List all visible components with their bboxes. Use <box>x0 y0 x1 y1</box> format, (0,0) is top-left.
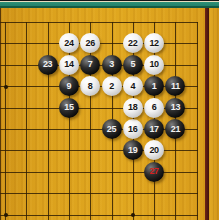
stone-number: 8 <box>88 82 93 91</box>
star-point <box>131 213 135 217</box>
stone-number: 27 <box>149 167 158 176</box>
stone-27-last-move[interactable]: 27 <box>144 162 164 182</box>
stone-26[interactable]: 26 <box>80 33 100 53</box>
stone-3[interactable]: 3 <box>102 55 122 75</box>
stone-7[interactable]: 7 <box>80 55 100 75</box>
stone-number: 4 <box>130 82 135 91</box>
stone-number: 2 <box>109 82 114 91</box>
grid-line-horizontal <box>0 150 198 151</box>
stone-number: 25 <box>107 125 116 134</box>
stone-5[interactable]: 5 <box>123 55 143 75</box>
stone-number: 11 <box>171 82 180 91</box>
stone-16[interactable]: 16 <box>123 119 143 139</box>
stone-number: 23 <box>43 60 52 69</box>
stone-number: 12 <box>149 39 158 48</box>
stone-number: 13 <box>171 103 180 112</box>
stone-number: 19 <box>128 146 137 155</box>
stone-number: 1 <box>152 82 157 91</box>
stone-8[interactable]: 8 <box>80 76 100 96</box>
stone-25[interactable]: 25 <box>102 119 122 139</box>
outer-wood-margin <box>209 8 219 220</box>
stone-number: 22 <box>128 39 137 48</box>
stone-11[interactable]: 11 <box>165 76 185 96</box>
stone-9[interactable]: 9 <box>59 76 79 96</box>
stone-number: 9 <box>67 82 72 91</box>
stone-22[interactable]: 22 <box>123 33 143 53</box>
stone-13[interactable]: 13 <box>165 98 185 118</box>
star-point <box>4 85 8 89</box>
grid-line-horizontal <box>0 172 198 173</box>
stone-10[interactable]: 10 <box>144 55 164 75</box>
stone-21[interactable]: 21 <box>165 119 185 139</box>
stone-number: 6 <box>152 103 157 112</box>
stone-number: 3 <box>109 60 114 69</box>
stone-19[interactable]: 19 <box>123 140 143 160</box>
star-point <box>4 213 8 217</box>
stone-number: 14 <box>64 60 73 69</box>
grid-line-vertical <box>197 22 198 220</box>
stone-number: 18 <box>128 103 137 112</box>
grid-line-horizontal <box>0 215 198 216</box>
window-left-border <box>0 8 1 220</box>
stone-number: 24 <box>64 39 73 48</box>
stone-14[interactable]: 14 <box>59 55 79 75</box>
stone-15[interactable]: 15 <box>59 98 79 118</box>
grid-line-vertical <box>5 22 6 220</box>
grid-line-horizontal <box>0 22 198 23</box>
stone-number: 7 <box>88 60 93 69</box>
app-window: 1234567891011121314151617181920212223242… <box>0 0 219 220</box>
grid-line-vertical <box>48 22 49 220</box>
stone-18[interactable]: 18 <box>123 98 143 118</box>
stone-number: 15 <box>64 103 73 112</box>
stone-17[interactable]: 17 <box>144 119 164 139</box>
stone-number: 10 <box>149 60 158 69</box>
stone-number: 16 <box>128 125 137 134</box>
stone-20[interactable]: 20 <box>144 140 164 160</box>
title-bar <box>0 0 219 8</box>
stone-number: 17 <box>149 125 158 134</box>
stone-23[interactable]: 23 <box>38 55 58 75</box>
stone-2[interactable]: 2 <box>102 76 122 96</box>
stone-12[interactable]: 12 <box>144 33 164 53</box>
stone-24[interactable]: 24 <box>59 33 79 53</box>
go-board[interactable]: 1234567891011121314151617181920212223242… <box>0 8 219 220</box>
stone-number: 20 <box>149 146 158 155</box>
stone-number: 5 <box>130 60 135 69</box>
stone-number: 21 <box>171 125 180 134</box>
stone-1[interactable]: 1 <box>144 76 164 96</box>
grid-line-vertical <box>26 22 27 220</box>
stone-4[interactable]: 4 <box>123 76 143 96</box>
stone-number: 26 <box>85 39 94 48</box>
stone-6[interactable]: 6 <box>144 98 164 118</box>
grid-line-horizontal <box>0 193 198 194</box>
